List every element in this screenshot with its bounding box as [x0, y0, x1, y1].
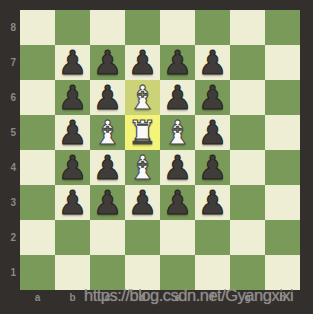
piece-white-bishop-e5[interactable]: ♝	[163, 115, 193, 150]
square-a4[interactable]	[20, 150, 55, 185]
rank-label-7: 7	[0, 45, 20, 80]
square-f1[interactable]	[195, 255, 230, 290]
piece-black-pawn-e7[interactable]: ♟	[163, 45, 193, 80]
rank-label-5: 5	[0, 115, 20, 150]
square-d8[interactable]	[125, 10, 160, 45]
square-c8[interactable]	[90, 10, 125, 45]
piece-black-pawn-b4[interactable]: ♟	[58, 150, 88, 185]
square-f3[interactable]: ♟	[195, 185, 230, 220]
square-f8[interactable]	[195, 10, 230, 45]
square-g4[interactable]	[230, 150, 265, 185]
square-g2[interactable]	[230, 220, 265, 255]
piece-black-pawn-c7[interactable]: ♟	[93, 45, 123, 80]
square-h6[interactable]	[265, 80, 300, 115]
square-d5[interactable]: ♜	[125, 115, 160, 150]
square-f4[interactable]: ♟	[195, 150, 230, 185]
square-b1[interactable]	[55, 255, 90, 290]
square-b7[interactable]: ♟	[55, 45, 90, 80]
rank-labels: 87654321	[0, 10, 20, 290]
square-d2[interactable]	[125, 220, 160, 255]
square-e7[interactable]: ♟	[160, 45, 195, 80]
square-e4[interactable]: ♟	[160, 150, 195, 185]
square-b3[interactable]: ♟	[55, 185, 90, 220]
rank-label-1: 1	[0, 255, 20, 290]
piece-black-pawn-b5[interactable]: ♟	[58, 115, 88, 150]
rank-label-8: 8	[0, 10, 20, 45]
square-g5[interactable]	[230, 115, 265, 150]
piece-black-pawn-f5[interactable]: ♟	[198, 115, 228, 150]
square-e2[interactable]	[160, 220, 195, 255]
square-c7[interactable]: ♟	[90, 45, 125, 80]
square-g3[interactable]	[230, 185, 265, 220]
square-g6[interactable]	[230, 80, 265, 115]
piece-black-pawn-d3[interactable]: ♟	[128, 185, 158, 220]
piece-black-pawn-f4[interactable]: ♟	[198, 150, 228, 185]
piece-black-pawn-b7[interactable]: ♟	[58, 45, 88, 80]
square-f2[interactable]	[195, 220, 230, 255]
square-d1[interactable]	[125, 255, 160, 290]
square-g1[interactable]	[230, 255, 265, 290]
piece-black-pawn-b3[interactable]: ♟	[58, 185, 88, 220]
square-e6[interactable]: ♟	[160, 80, 195, 115]
square-b2[interactable]	[55, 220, 90, 255]
square-h2[interactable]	[265, 220, 300, 255]
rank-label-3: 3	[0, 185, 20, 220]
square-a5[interactable]	[20, 115, 55, 150]
square-b5[interactable]: ♟	[55, 115, 90, 150]
square-a8[interactable]	[20, 10, 55, 45]
square-a2[interactable]	[20, 220, 55, 255]
piece-black-pawn-e3[interactable]: ♟	[163, 185, 193, 220]
rank-label-6: 6	[0, 80, 20, 115]
square-c5[interactable]: ♝	[90, 115, 125, 150]
piece-black-pawn-f3[interactable]: ♟	[198, 185, 228, 220]
square-f6[interactable]: ♟	[195, 80, 230, 115]
piece-white-bishop-d6[interactable]: ♝	[128, 80, 158, 115]
square-f7[interactable]: ♟	[195, 45, 230, 80]
square-c6[interactable]: ♟	[90, 80, 125, 115]
piece-black-pawn-b6[interactable]: ♟	[58, 80, 88, 115]
square-c3[interactable]: ♟	[90, 185, 125, 220]
square-h7[interactable]	[265, 45, 300, 80]
square-e1[interactable]	[160, 255, 195, 290]
square-c1[interactable]	[90, 255, 125, 290]
piece-white-bishop-c5[interactable]: ♝	[93, 115, 123, 150]
square-a7[interactable]	[20, 45, 55, 80]
piece-black-pawn-f6[interactable]: ♟	[198, 80, 228, 115]
square-h4[interactable]	[265, 150, 300, 185]
square-a1[interactable]	[20, 255, 55, 290]
square-h5[interactable]	[265, 115, 300, 150]
piece-black-pawn-c3[interactable]: ♟	[93, 185, 123, 220]
square-c4[interactable]: ♟	[90, 150, 125, 185]
square-b4[interactable]: ♟	[55, 150, 90, 185]
square-h3[interactable]	[265, 185, 300, 220]
square-e5[interactable]: ♝	[160, 115, 195, 150]
square-e8[interactable]	[160, 10, 195, 45]
square-f5[interactable]: ♟	[195, 115, 230, 150]
piece-black-pawn-c6[interactable]: ♟	[93, 80, 123, 115]
square-e3[interactable]: ♟	[160, 185, 195, 220]
file-label-a: a	[20, 290, 55, 306]
square-c2[interactable]	[90, 220, 125, 255]
square-a6[interactable]	[20, 80, 55, 115]
chess-board[interactable]: ♟♟♟♟♟♟♟♝♟♟♟♝♜♝♟♟♟♝♟♟♟♟♟♟♟	[20, 10, 300, 290]
square-d3[interactable]: ♟	[125, 185, 160, 220]
watermark-text: https://blog.csdn.net/Gyangxixi	[84, 286, 293, 305]
chess-app-window: 87654321 ♟♟♟♟♟♟♟♝♟♟♟♝♜♝♟♟♟♝♟♟♟♟♟♟♟ abcde…	[0, 0, 313, 314]
square-g7[interactable]	[230, 45, 265, 80]
piece-white-rook-d5[interactable]: ♜	[128, 115, 158, 150]
square-d7[interactable]: ♟	[125, 45, 160, 80]
square-g8[interactable]	[230, 10, 265, 45]
piece-black-pawn-c4[interactable]: ♟	[93, 150, 123, 185]
piece-black-pawn-d7[interactable]: ♟	[128, 45, 158, 80]
piece-black-pawn-e4[interactable]: ♟	[163, 150, 193, 185]
square-a3[interactable]	[20, 185, 55, 220]
rank-label-4: 4	[0, 150, 20, 185]
square-h8[interactable]	[265, 10, 300, 45]
piece-black-pawn-f7[interactable]: ♟	[198, 45, 228, 80]
piece-white-bishop-d4[interactable]: ♝	[128, 150, 158, 185]
square-h1[interactable]	[265, 255, 300, 290]
rank-label-2: 2	[0, 220, 20, 255]
square-d6[interactable]: ♝	[125, 80, 160, 115]
square-b6[interactable]: ♟	[55, 80, 90, 115]
square-d4[interactable]: ♝	[125, 150, 160, 185]
piece-black-pawn-e6[interactable]: ♟	[163, 80, 193, 115]
square-b8[interactable]	[55, 10, 90, 45]
